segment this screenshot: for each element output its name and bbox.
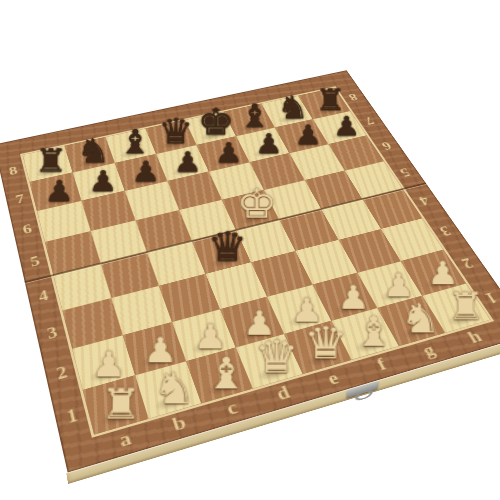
white-knight: ♞ [147, 366, 202, 410]
black-pawn: ♟ [207, 139, 250, 166]
black-rook: ♜ [29, 145, 73, 177]
black-pawn: ♟ [166, 148, 209, 176]
black-pawn: ♟ [248, 130, 290, 157]
black-knight: ♞ [273, 91, 314, 123]
black-bishop: ♝ [114, 125, 157, 158]
board-grid: ♜♞♝♛♚♝♞♜♟♟♟♟♟♟♟♟♚♛♟♟♟♟♟♟♟♟♜♞♝♛♛♝♞♜ [23, 88, 491, 435]
black-queen: ♛ [204, 227, 252, 267]
black-pawn: ♟ [124, 157, 168, 185]
white-rook: ♜ [441, 288, 492, 326]
black-pawn: ♟ [81, 167, 125, 195]
black-pawn: ♟ [287, 121, 329, 148]
white-queen: ♛ [250, 335, 303, 380]
white-pawn: ♟ [82, 347, 136, 382]
white-bishop: ♝ [199, 352, 253, 395]
black-knight: ♞ [72, 134, 115, 168]
white-rook: ♜ [93, 384, 149, 426]
white-queen: ♛ [300, 321, 353, 366]
black-king: ♚ [195, 104, 236, 140]
black-pawn: ♟ [37, 177, 82, 206]
chess-board: 8765432187654321abcdefgh ♜♞♝♛♚♝♞♜♟♟♟♟♟♟♟… [0, 70, 500, 472]
white-king: ♚ [234, 184, 280, 224]
scene: 8765432187654321abcdefgh ♜♞♝♛♚♝♞♜♟♟♟♟♟♟♟… [0, 0, 500, 500]
black-bishop: ♝ [234, 100, 275, 132]
white-knight: ♞ [395, 298, 447, 339]
black-queen: ♛ [155, 114, 197, 149]
white-bishop: ♝ [348, 311, 400, 352]
product-photo: 8765432187654321abcdefgh ♜♞♝♛♚♝♞♜♟♟♟♟♟♟♟… [0, 0, 500, 500]
